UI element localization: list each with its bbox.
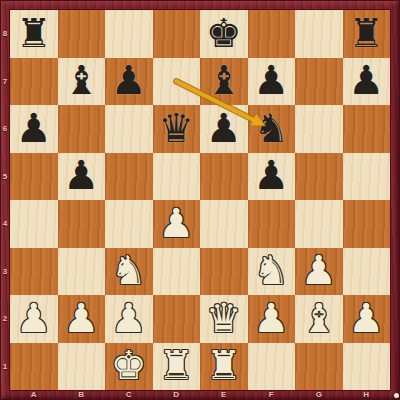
piece-black-pawn[interactable]: ♟ bbox=[111, 60, 147, 100]
piece-white-pawn[interactable]: ♟ bbox=[158, 203, 194, 243]
piece-white-king[interactable]: ♚ bbox=[111, 345, 147, 385]
square-e7[interactable]: ♝ bbox=[200, 58, 248, 106]
square-b8[interactable] bbox=[58, 10, 106, 58]
rank-label-3: 3 bbox=[0, 248, 10, 296]
square-f3[interactable]: ♞ bbox=[248, 248, 296, 296]
square-h4[interactable] bbox=[343, 200, 391, 248]
chess-board: ♜♚♜♝♟♝♟♟♟♛♟♞♟♟♟♞♞♟♟♟♟♛♟♝♟♚♜♜ bbox=[10, 10, 390, 390]
piece-black-pawn[interactable]: ♟ bbox=[63, 155, 99, 195]
square-e3[interactable] bbox=[200, 248, 248, 296]
file-label-a: A bbox=[10, 389, 58, 400]
square-h1[interactable] bbox=[343, 343, 391, 391]
square-c2[interactable]: ♟ bbox=[105, 295, 153, 343]
square-g7[interactable] bbox=[295, 58, 343, 106]
square-g3[interactable]: ♟ bbox=[295, 248, 343, 296]
square-g6[interactable] bbox=[295, 105, 343, 153]
square-b1[interactable] bbox=[58, 343, 106, 391]
square-d6[interactable]: ♛ bbox=[153, 105, 201, 153]
file-label-d: D bbox=[153, 389, 201, 400]
piece-black-king[interactable]: ♚ bbox=[206, 13, 242, 53]
square-a6[interactable]: ♟ bbox=[10, 105, 58, 153]
piece-black-rook[interactable]: ♜ bbox=[348, 13, 384, 53]
piece-black-pawn[interactable]: ♟ bbox=[253, 155, 289, 195]
piece-black-rook[interactable]: ♜ bbox=[16, 13, 52, 53]
rank-label-1: 1 bbox=[0, 343, 10, 391]
square-a8[interactable]: ♜ bbox=[10, 10, 58, 58]
piece-white-pawn[interactable]: ♟ bbox=[111, 298, 147, 338]
chessboard-window: ♜♚♜♝♟♝♟♟♟♛♟♞♟♟♟♞♞♟♟♟♟♛♟♝♟♚♜♜ 87654321 AB… bbox=[0, 0, 400, 400]
rank-label-2: 2 bbox=[0, 295, 10, 343]
square-h6[interactable] bbox=[343, 105, 391, 153]
piece-black-knight[interactable]: ♞ bbox=[253, 108, 289, 148]
square-f5[interactable]: ♟ bbox=[248, 153, 296, 201]
square-d8[interactable] bbox=[153, 10, 201, 58]
square-c6[interactable] bbox=[105, 105, 153, 153]
square-a7[interactable] bbox=[10, 58, 58, 106]
piece-white-pawn[interactable]: ♟ bbox=[348, 298, 384, 338]
square-d2[interactable] bbox=[153, 295, 201, 343]
square-c4[interactable] bbox=[105, 200, 153, 248]
square-g1[interactable] bbox=[295, 343, 343, 391]
square-d7[interactable] bbox=[153, 58, 201, 106]
square-g5[interactable] bbox=[295, 153, 343, 201]
square-h2[interactable]: ♟ bbox=[343, 295, 391, 343]
rank-label-7: 7 bbox=[0, 58, 10, 106]
square-f4[interactable] bbox=[248, 200, 296, 248]
square-c5[interactable] bbox=[105, 153, 153, 201]
square-h7[interactable]: ♟ bbox=[343, 58, 391, 106]
piece-white-queen[interactable]: ♛ bbox=[206, 298, 242, 338]
square-b7[interactable]: ♝ bbox=[58, 58, 106, 106]
square-e6[interactable]: ♟ bbox=[200, 105, 248, 153]
piece-white-pawn[interactable]: ♟ bbox=[63, 298, 99, 338]
rank-label-8: 8 bbox=[0, 10, 10, 58]
square-f1[interactable] bbox=[248, 343, 296, 391]
square-c3[interactable]: ♞ bbox=[105, 248, 153, 296]
piece-white-pawn[interactable]: ♟ bbox=[16, 298, 52, 338]
square-a5[interactable] bbox=[10, 153, 58, 201]
square-g4[interactable] bbox=[295, 200, 343, 248]
square-b3[interactable] bbox=[58, 248, 106, 296]
square-e5[interactable] bbox=[200, 153, 248, 201]
square-b4[interactable] bbox=[58, 200, 106, 248]
corner-dot-icon bbox=[394, 393, 399, 398]
square-h8[interactable]: ♜ bbox=[343, 10, 391, 58]
square-h3[interactable] bbox=[343, 248, 391, 296]
square-e1[interactable]: ♜ bbox=[200, 343, 248, 391]
square-d4[interactable]: ♟ bbox=[153, 200, 201, 248]
piece-white-pawn[interactable]: ♟ bbox=[253, 298, 289, 338]
square-c8[interactable] bbox=[105, 10, 153, 58]
piece-black-pawn[interactable]: ♟ bbox=[253, 60, 289, 100]
piece-white-knight[interactable]: ♞ bbox=[253, 250, 289, 290]
rank-label-5: 5 bbox=[0, 153, 10, 201]
square-d5[interactable] bbox=[153, 153, 201, 201]
square-g2[interactable]: ♝ bbox=[295, 295, 343, 343]
square-b6[interactable] bbox=[58, 105, 106, 153]
square-d1[interactable]: ♜ bbox=[153, 343, 201, 391]
square-c1[interactable]: ♚ bbox=[105, 343, 153, 391]
rank-labels: 87654321 bbox=[0, 10, 10, 390]
square-a1[interactable] bbox=[10, 343, 58, 391]
square-a3[interactable] bbox=[10, 248, 58, 296]
piece-white-knight[interactable]: ♞ bbox=[111, 250, 147, 290]
square-d3[interactable] bbox=[153, 248, 201, 296]
file-label-h: H bbox=[343, 389, 391, 400]
square-f7[interactable]: ♟ bbox=[248, 58, 296, 106]
piece-black-bishop[interactable]: ♝ bbox=[63, 60, 99, 100]
piece-white-pawn[interactable]: ♟ bbox=[301, 250, 337, 290]
square-f2[interactable]: ♟ bbox=[248, 295, 296, 343]
square-c7[interactable]: ♟ bbox=[105, 58, 153, 106]
piece-black-pawn[interactable]: ♟ bbox=[16, 108, 52, 148]
file-label-g: G bbox=[295, 389, 343, 400]
rank-label-6: 6 bbox=[0, 105, 10, 153]
piece-black-bishop[interactable]: ♝ bbox=[206, 60, 242, 100]
square-e2[interactable]: ♛ bbox=[200, 295, 248, 343]
file-label-c: C bbox=[105, 389, 153, 400]
square-a4[interactable] bbox=[10, 200, 58, 248]
square-g8[interactable] bbox=[295, 10, 343, 58]
file-label-f: F bbox=[248, 389, 296, 400]
square-f6[interactable]: ♞ bbox=[248, 105, 296, 153]
file-label-b: B bbox=[58, 389, 106, 400]
file-label-e: E bbox=[200, 389, 248, 400]
square-b5[interactable]: ♟ bbox=[58, 153, 106, 201]
square-f8[interactable] bbox=[248, 10, 296, 58]
piece-white-rook[interactable]: ♜ bbox=[158, 345, 194, 385]
piece-black-pawn[interactable]: ♟ bbox=[206, 108, 242, 148]
file-labels: ABCDEFGH bbox=[10, 389, 390, 400]
square-b2[interactable]: ♟ bbox=[58, 295, 106, 343]
piece-white-bishop[interactable]: ♝ bbox=[301, 298, 337, 338]
square-h5[interactable] bbox=[343, 153, 391, 201]
rank-label-4: 4 bbox=[0, 200, 10, 248]
piece-black-pawn[interactable]: ♟ bbox=[348, 60, 384, 100]
square-e4[interactable] bbox=[200, 200, 248, 248]
piece-black-queen[interactable]: ♛ bbox=[158, 108, 194, 148]
square-e8[interactable]: ♚ bbox=[200, 10, 248, 58]
piece-white-rook[interactable]: ♜ bbox=[206, 345, 242, 385]
square-a2[interactable]: ♟ bbox=[10, 295, 58, 343]
